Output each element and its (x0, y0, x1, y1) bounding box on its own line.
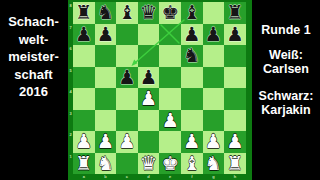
square-e3: ♟ (159, 110, 181, 132)
square-f4 (181, 88, 203, 110)
black-king: ♚ (161, 2, 178, 24)
square-c6 (116, 45, 138, 67)
square-g6 (203, 45, 225, 67)
square-d5: ♟ (138, 67, 160, 89)
chess-board: ♜♞♝♛♚♝♜♟♟♟♟♟♞♟♟♟♟♟♟♟♟♟♟♜♞♛♚♝♞♜ 87654321a… (68, 0, 252, 180)
square-h1: ♜ (224, 153, 246, 175)
square-c8: ♝ (116, 2, 138, 24)
event-title-line: schaft (0, 66, 67, 84)
black-player: Karjakin (252, 103, 320, 117)
square-f8: ♝ (181, 2, 203, 24)
square-c4 (116, 88, 138, 110)
match-info: Runde 1 Weiß: Carlsen Schwarz: Karjakin (252, 0, 320, 180)
black-knight: ♞ (183, 45, 200, 67)
rank-label-5: 5 (69, 68, 73, 73)
square-b7: ♟ (95, 24, 117, 46)
square-e7 (159, 24, 181, 46)
rank-label-4: 4 (69, 89, 73, 94)
square-b2: ♟ (95, 131, 117, 153)
square-a8: ♜ (73, 2, 95, 24)
black-pawn: ♟ (226, 24, 243, 46)
file-label-c: c (116, 174, 138, 179)
square-h2: ♟ (224, 131, 246, 153)
square-e8: ♚ (159, 2, 181, 24)
square-h3 (224, 110, 246, 132)
square-e6 (159, 45, 181, 67)
square-d6 (138, 45, 160, 67)
black-pawn: ♟ (97, 24, 114, 46)
square-c1 (116, 153, 138, 175)
square-b5 (95, 67, 117, 89)
square-c2: ♟ (116, 131, 138, 153)
event-title: Schach- welt- meister- schaft 2016 (0, 13, 67, 101)
black-pawn: ♟ (118, 67, 135, 89)
white-pawn: ♟ (75, 131, 92, 153)
black-rook: ♜ (226, 2, 243, 24)
square-h8: ♜ (224, 2, 246, 24)
square-g4 (203, 88, 225, 110)
square-c7 (116, 24, 138, 46)
black-bishop: ♝ (183, 2, 200, 24)
square-d4: ♟ (138, 88, 160, 110)
black-rook: ♜ (75, 2, 92, 24)
file-label-g: g (203, 174, 225, 179)
event-title-line: welt- (0, 31, 67, 49)
square-b4 (95, 88, 117, 110)
square-f5 (181, 67, 203, 89)
black-label: Schwarz: (252, 89, 320, 103)
square-f1: ♝ (181, 153, 203, 175)
square-g1: ♞ (203, 153, 225, 175)
square-a1: ♜ (73, 153, 95, 175)
square-b6 (95, 45, 117, 67)
rank-label-6: 6 (69, 46, 73, 51)
black-bishop: ♝ (118, 2, 135, 24)
board-squares: ♜♞♝♛♚♝♜♟♟♟♟♟♞♟♟♟♟♟♟♟♟♟♟♜♞♛♚♝♞♜ (73, 2, 246, 174)
square-g3 (203, 110, 225, 132)
square-a2: ♟ (73, 131, 95, 153)
event-title-line: Schach- (0, 13, 67, 31)
white-knight: ♞ (97, 153, 114, 175)
square-d8: ♛ (138, 2, 160, 24)
black-pawn: ♟ (205, 24, 222, 46)
file-label-e: e (159, 174, 181, 179)
square-d3 (138, 110, 160, 132)
rank-label-8: 8 (69, 3, 73, 8)
square-h6 (224, 45, 246, 67)
square-b8: ♞ (95, 2, 117, 24)
square-f3 (181, 110, 203, 132)
square-h4 (224, 88, 246, 110)
white-knight: ♞ (205, 153, 222, 175)
file-label-d: d (138, 174, 160, 179)
video-thumbnail: Schach- welt- meister- schaft 2016 ♜♞♝♛♚… (0, 0, 320, 180)
black-pawn: ♟ (140, 67, 157, 89)
white-king: ♚ (161, 153, 178, 175)
square-g5 (203, 67, 225, 89)
file-label-f: f (181, 174, 203, 179)
square-h7: ♟ (224, 24, 246, 46)
white-pawn: ♟ (140, 88, 157, 110)
rank-label-7: 7 (69, 25, 73, 30)
white-bishop: ♝ (183, 153, 200, 175)
square-e2 (159, 131, 181, 153)
event-title-line: 2016 (0, 83, 67, 101)
square-a7: ♟ (73, 24, 95, 46)
event-title-line: meister- (0, 48, 67, 66)
square-d1: ♛ (138, 153, 160, 175)
square-f6: ♞ (181, 45, 203, 67)
white-pawn: ♟ (226, 131, 243, 153)
square-f2: ♟ (181, 131, 203, 153)
rank-label-3: 3 (69, 111, 73, 116)
black-queen: ♛ (140, 2, 157, 24)
square-a4 (73, 88, 95, 110)
square-h5 (224, 67, 246, 89)
square-a5 (73, 67, 95, 89)
square-d7 (138, 24, 160, 46)
square-e1: ♚ (159, 153, 181, 175)
rank-label-1: 1 (69, 154, 73, 159)
rank-label-2: 2 (69, 132, 73, 137)
white-label: Weiß: (252, 48, 320, 62)
white-rook: ♜ (75, 153, 92, 175)
square-f7: ♟ (181, 24, 203, 46)
white-pawn: ♟ (161, 110, 178, 132)
white-rook: ♜ (226, 153, 243, 175)
white-pawn: ♟ (118, 131, 135, 153)
square-b3 (95, 110, 117, 132)
square-a3 (73, 110, 95, 132)
square-a6 (73, 45, 95, 67)
white-pawn: ♟ (183, 131, 200, 153)
black-knight: ♞ (97, 2, 114, 24)
square-c3 (116, 110, 138, 132)
white-queen: ♛ (140, 153, 157, 175)
square-e4 (159, 88, 181, 110)
square-g2: ♟ (203, 131, 225, 153)
white-player: Carlsen (252, 62, 320, 76)
black-pawn: ♟ (75, 24, 92, 46)
round-label: Runde 1 (252, 23, 320, 37)
file-label-a: a (73, 174, 95, 179)
square-g7: ♟ (203, 24, 225, 46)
square-e5 (159, 67, 181, 89)
square-c5: ♟ (116, 67, 138, 89)
black-pawn: ♟ (183, 24, 200, 46)
file-label-b: b (95, 174, 117, 179)
square-g8 (203, 2, 225, 24)
square-d2 (138, 131, 160, 153)
square-b1: ♞ (95, 153, 117, 175)
file-label-h: h (224, 174, 246, 179)
white-pawn: ♟ (205, 131, 222, 153)
white-pawn: ♟ (97, 131, 114, 153)
